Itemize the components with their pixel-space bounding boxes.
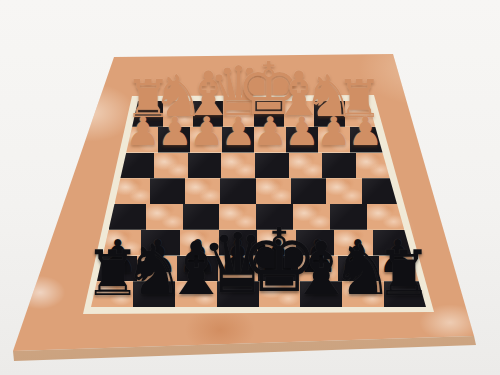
square-h4[interactable]: [115, 178, 150, 204]
square-a5[interactable]: [367, 204, 404, 230]
square-g3[interactable]: [154, 153, 188, 179]
rank-row: [115, 178, 398, 204]
square-e3[interactable]: [221, 153, 255, 179]
piece-orange-pawn[interactable]: ♟: [157, 111, 192, 150]
piece-orange-pawn[interactable]: ♟: [316, 111, 351, 150]
square-f4[interactable]: [185, 178, 220, 204]
square-a4[interactable]: [362, 178, 397, 204]
square-h3[interactable]: [120, 153, 154, 179]
piece-orange-pawn[interactable]: ♟: [189, 111, 224, 150]
square-b4[interactable]: [326, 178, 361, 204]
square-g4[interactable]: [150, 178, 185, 204]
photo-scene: ♜♞♝♛♚♝♞♜♟♟♟♟♟♟♟♟♟♟♟♟♟♟♟♟♜♞♝♛♚♝♞♜: [0, 0, 500, 375]
square-a3[interactable]: [356, 153, 390, 179]
rank-row: [120, 153, 389, 179]
square-f3[interactable]: [188, 153, 222, 179]
square-d4[interactable]: [256, 178, 291, 204]
piece-orange-pawn[interactable]: ♟: [125, 111, 160, 150]
piece-orange-pawn[interactable]: ♟: [284, 111, 319, 150]
square-e4[interactable]: [220, 178, 255, 204]
square-d3[interactable]: [255, 153, 289, 179]
square-h5[interactable]: [109, 204, 146, 230]
piece-orange-pawn[interactable]: ♟: [221, 111, 256, 150]
square-c4[interactable]: [291, 178, 326, 204]
piece-orange-pawn[interactable]: ♟: [252, 111, 287, 150]
square-b3[interactable]: [322, 153, 356, 179]
piece-orange-pawn[interactable]: ♟: [348, 111, 383, 150]
square-c3[interactable]: [289, 153, 323, 179]
piece-black-rook[interactable]: ♜: [376, 242, 432, 305]
